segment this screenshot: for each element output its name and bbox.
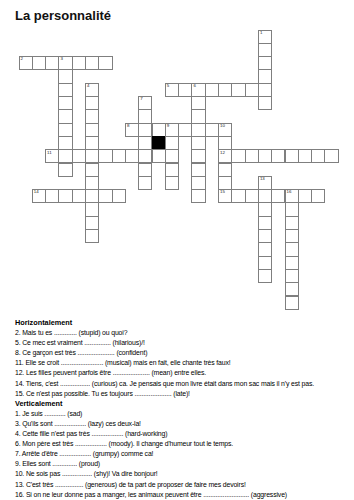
grid-cell[interactable] xyxy=(138,163,152,177)
grid-cell[interactable] xyxy=(298,149,312,163)
grid-cell[interactable] xyxy=(58,83,72,97)
grid-cell[interactable] xyxy=(218,83,232,97)
grid-cell[interactable] xyxy=(285,296,299,310)
clue-number: 14 xyxy=(34,190,39,195)
down-header: Verticalement xyxy=(15,399,351,409)
grid-cell[interactable] xyxy=(178,123,192,137)
grid-cell[interactable] xyxy=(191,136,205,150)
clue-across-15: 15. Ce n'est pas possible. Tu es toujour… xyxy=(15,389,351,399)
grid-cell[interactable] xyxy=(205,83,219,97)
down-clues: 1. Je suis ............ (sad)3. Qu'ils s… xyxy=(15,409,351,500)
grid-cell[interactable] xyxy=(45,56,59,70)
clue-down-9: 9. Elles sont .............. (proud) xyxy=(15,459,351,469)
grid-cell[interactable]: 14 xyxy=(32,189,46,203)
clue-number: 12 xyxy=(220,151,225,156)
grid-cell[interactable] xyxy=(231,83,245,97)
grid-cell[interactable] xyxy=(258,242,272,256)
clue-across-5: 5. Ce mec est vraiment ............... (… xyxy=(15,338,351,348)
grid-cell[interactable]: 11 xyxy=(45,149,59,163)
clue-number: 16 xyxy=(287,190,292,195)
grid-cell[interactable] xyxy=(85,176,99,190)
grid-cell[interactable] xyxy=(85,163,99,177)
grid-cell[interactable] xyxy=(191,176,205,190)
clue-number: 9 xyxy=(167,124,169,129)
grid-cell[interactable] xyxy=(258,216,272,230)
grid-cell[interactable] xyxy=(191,123,205,137)
grid-cell[interactable] xyxy=(85,189,99,203)
grid-cell[interactable] xyxy=(98,56,112,70)
crossword-grid: 12345678910111213141516 xyxy=(19,30,339,310)
grid-cell[interactable]: 9 xyxy=(165,123,179,137)
grid-cell[interactable] xyxy=(138,123,152,137)
grid-cell[interactable] xyxy=(191,163,205,177)
clue-down-3: 3. Qu'ils sont .................. (lazy)… xyxy=(15,419,351,429)
grid-cell[interactable]: 4 xyxy=(85,83,99,97)
grid-cell[interactable] xyxy=(165,136,179,150)
grid-cell[interactable] xyxy=(58,69,72,83)
clue-number: 3 xyxy=(60,57,62,62)
grid-cell[interactable] xyxy=(58,149,72,163)
clue-number: 2 xyxy=(21,57,23,62)
clue-down-6: 6. Mon père est très .................. … xyxy=(15,439,351,449)
grid-cell[interactable] xyxy=(271,189,285,203)
clue-across-12: 12. Les filles peuvent parfois être ....… xyxy=(15,368,351,378)
across-header: Horizontalement xyxy=(15,318,351,328)
grid-cell[interactable]: 5 xyxy=(165,83,179,97)
grid-cell[interactable] xyxy=(258,43,272,57)
grid-cell[interactable] xyxy=(165,176,179,190)
clue-number: 10 xyxy=(220,124,225,129)
grid-cell[interactable] xyxy=(85,136,99,150)
clue-down-10: 10. Ne sois pas ................. (shy)!… xyxy=(15,469,351,479)
grid-cell[interactable] xyxy=(112,189,126,203)
grid-cell[interactable] xyxy=(271,149,285,163)
clue-number: 5 xyxy=(167,84,169,89)
clue-down-7: 7. Arrête d'être .................. (gru… xyxy=(15,449,351,459)
grid-cell[interactable]: 16 xyxy=(285,189,299,203)
grid-cell[interactable] xyxy=(165,163,179,177)
grid-cell[interactable] xyxy=(191,149,205,163)
grid-cell[interactable]: 15 xyxy=(218,189,232,203)
grid-cell[interactable] xyxy=(138,109,152,123)
grid-cell[interactable] xyxy=(285,282,299,296)
grid-cell[interactable] xyxy=(138,176,152,190)
grid-cell[interactable] xyxy=(98,189,112,203)
clue-down-16: 16. Si on ne leur donne pas a manger, le… xyxy=(15,490,351,500)
clue-number: 13 xyxy=(260,177,265,182)
grid-cell[interactable] xyxy=(191,189,205,203)
clue-across-14: 14. Tiens, c'est ................. (curi… xyxy=(15,379,351,389)
grid-cell[interactable] xyxy=(258,69,272,83)
page-title: La personnalité xyxy=(15,8,111,23)
grid-cell[interactable] xyxy=(324,149,338,163)
grid-cell[interactable] xyxy=(112,149,126,163)
grid-cell[interactable] xyxy=(72,189,86,203)
grid-cell[interactable]: 3 xyxy=(58,56,72,70)
clue-across-8: 8. Ce garçon est très ..................… xyxy=(15,348,351,358)
grid-cell[interactable] xyxy=(245,83,259,97)
grid-cell[interactable] xyxy=(178,83,192,97)
grid-cell[interactable] xyxy=(258,96,272,110)
grid-cell[interactable] xyxy=(191,96,205,110)
grid-cell[interactable] xyxy=(152,149,166,163)
grid-cell[interactable] xyxy=(165,149,179,163)
grid-cell[interactable] xyxy=(85,229,99,243)
grid-cell[interactable] xyxy=(258,269,272,283)
clue-down-13: 13. C'est très ................ (generou… xyxy=(15,480,351,490)
grid-cell[interactable] xyxy=(125,149,139,163)
grid-cell[interactable] xyxy=(98,149,112,163)
grid-cell[interactable] xyxy=(85,56,99,70)
clue-down-4: 4. Cette fille n'est pas très ..........… xyxy=(15,429,351,439)
grid-cell[interactable] xyxy=(285,149,299,163)
clue-number: 4 xyxy=(87,84,89,89)
grid-cell[interactable] xyxy=(258,229,272,243)
grid-cell[interactable] xyxy=(85,202,99,216)
grid-cell[interactable] xyxy=(218,136,232,150)
grid-cell[interactable]: 8 xyxy=(125,123,139,137)
clue-number: 1 xyxy=(260,31,262,36)
grid-cell[interactable] xyxy=(72,149,86,163)
grid-cell[interactable] xyxy=(58,189,72,203)
grid-cell[interactable] xyxy=(285,256,299,270)
grid-cell[interactable] xyxy=(58,109,72,123)
grid-cell[interactable]: 6 xyxy=(191,83,205,97)
grid-cell[interactable] xyxy=(285,269,299,283)
grid-cell[interactable] xyxy=(258,256,272,270)
grid-cell[interactable] xyxy=(245,149,259,163)
grid-cell[interactable] xyxy=(85,216,99,230)
grid-cell[interactable]: 1 xyxy=(258,30,272,44)
grid-cell[interactable] xyxy=(298,189,312,203)
grid-cell[interactable] xyxy=(258,56,272,70)
grid-cell[interactable] xyxy=(205,123,219,137)
clue-down-1: 1. Je suis ............ (sad) xyxy=(15,409,351,419)
grid-cell[interactable] xyxy=(85,96,99,110)
clues-section: Horizontalement 2. Mais tu es ..........… xyxy=(15,318,351,500)
grid-cell[interactable] xyxy=(285,202,299,216)
clue-number: 6 xyxy=(193,84,195,89)
grid-cell[interactable]: 10 xyxy=(218,123,232,137)
clue-number: 11 xyxy=(47,151,52,156)
clue-number: 8 xyxy=(127,124,129,129)
grid-cell[interactable] xyxy=(58,123,72,137)
clue-number: 15 xyxy=(220,190,225,195)
grid-cell[interactable] xyxy=(231,149,245,163)
grid-cell[interactable] xyxy=(191,109,205,123)
grid-cell[interactable] xyxy=(258,189,272,203)
grid-cell[interactable] xyxy=(72,56,86,70)
grid-cell[interactable]: 12 xyxy=(218,149,232,163)
grid-cell[interactable]: 2 xyxy=(19,56,33,70)
grid-cell[interactable] xyxy=(58,96,72,110)
black-cell xyxy=(152,136,166,150)
clue-across-11: 11. Elle se croit ......................… xyxy=(15,358,351,368)
grid-cell[interactable] xyxy=(138,136,152,150)
across-clues: 2. Mais tu es ............. (stupid) ou … xyxy=(15,328,351,399)
grid-cell[interactable] xyxy=(231,189,245,203)
grid-cell[interactable] xyxy=(258,202,272,216)
clue-across-2: 2. Mais tu es ............. (stupid) ou … xyxy=(15,328,351,338)
grid-cell[interactable] xyxy=(245,189,259,203)
grid-cell[interactable] xyxy=(311,189,325,203)
grid-cell[interactable] xyxy=(85,123,99,137)
grid-cell[interactable] xyxy=(285,242,299,256)
grid-cell[interactable]: 7 xyxy=(138,96,152,110)
grid-cell[interactable] xyxy=(285,216,299,230)
clue-number: 7 xyxy=(140,97,142,102)
grid-cell[interactable] xyxy=(218,176,232,190)
grid-cell[interactable] xyxy=(311,149,325,163)
grid-cell[interactable] xyxy=(258,83,272,97)
grid-cell[interactable] xyxy=(58,163,72,177)
grid-cell[interactable] xyxy=(45,189,59,203)
grid-cell[interactable] xyxy=(138,149,152,163)
grid-cell[interactable] xyxy=(218,163,232,177)
grid-cell[interactable] xyxy=(85,149,99,163)
grid-cell[interactable] xyxy=(285,229,299,243)
grid-cell[interactable] xyxy=(152,123,166,137)
grid-cell[interactable] xyxy=(58,136,72,150)
grid-cell[interactable] xyxy=(85,109,99,123)
grid-cell[interactable]: 13 xyxy=(258,176,272,190)
grid-cell[interactable] xyxy=(32,56,46,70)
grid-cell[interactable] xyxy=(258,149,272,163)
